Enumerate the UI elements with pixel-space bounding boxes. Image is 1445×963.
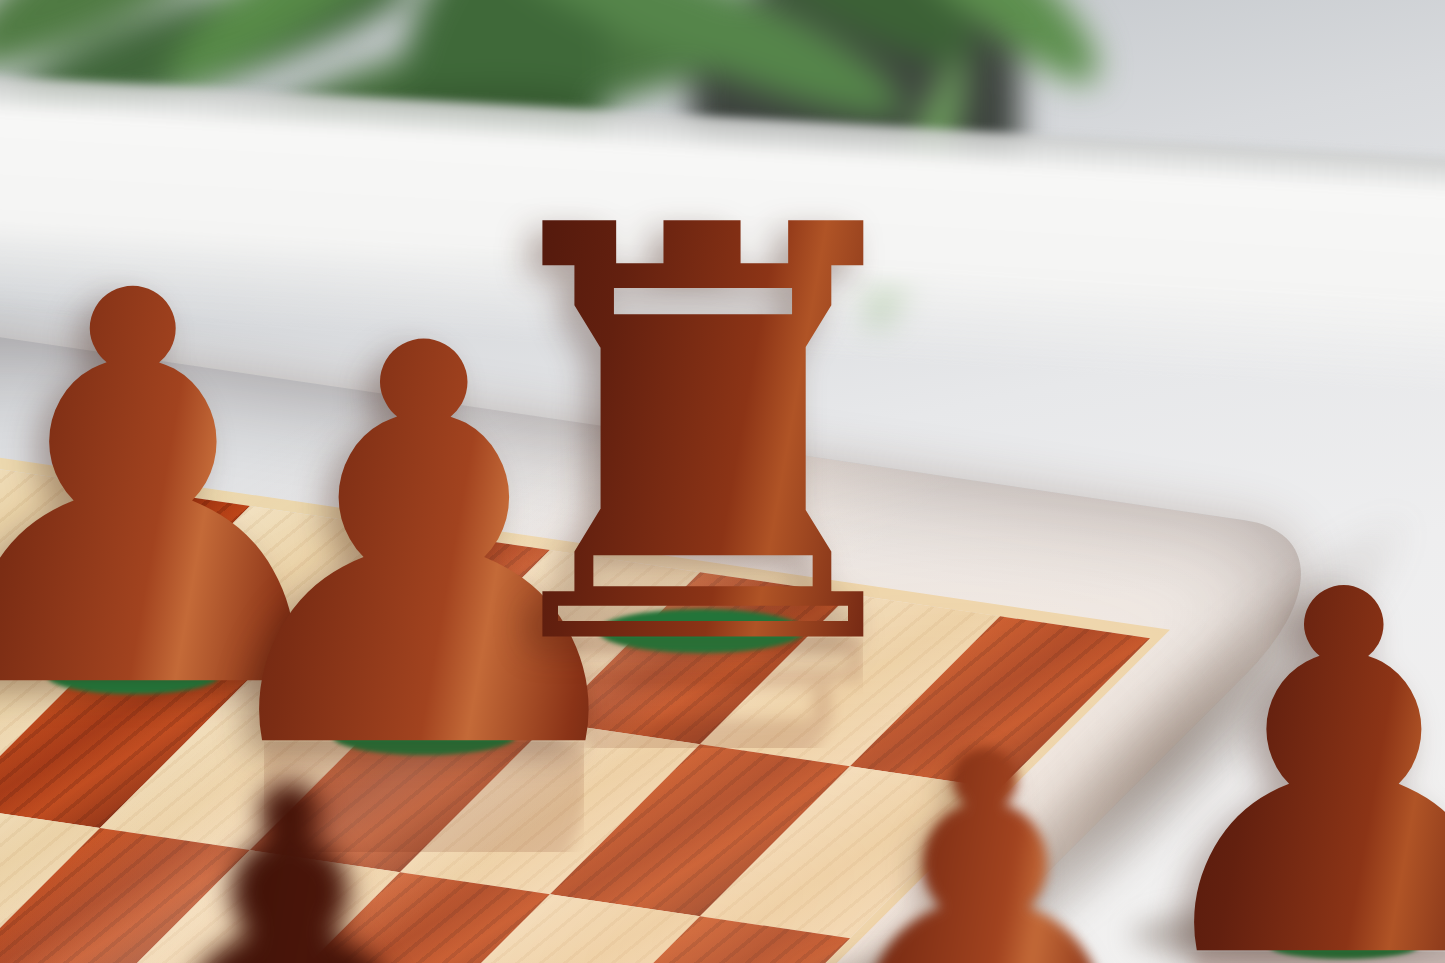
piece-pawn-e6-blurred: ♟ — [120, 739, 461, 963]
piece-rook-f8: ♜ — [448, 154, 959, 724]
piece-pawn-table-right: ♟ — [1120, 527, 1445, 963]
piece-pawn-table-front-blurred: ♟ — [806, 702, 1165, 963]
